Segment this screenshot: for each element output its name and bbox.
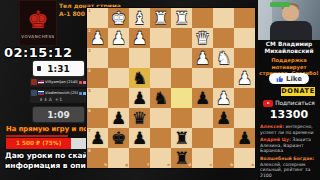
chat-message: Андрей Цу: Защита Алехина, Вариант Баран… xyxy=(260,137,319,154)
subscribe-button[interactable]: Подписаться xyxy=(258,98,320,108)
black-knight-f4[interactable]: ♞ xyxy=(129,68,150,88)
square-c2[interactable]: ♛ xyxy=(192,28,213,48)
square-b4[interactable] xyxy=(213,68,234,88)
emote-icon xyxy=(79,81,82,84)
square-f6[interactable]: ♛ xyxy=(129,108,150,128)
webcam-view xyxy=(258,0,320,40)
chat-username: Волшебный Богдан: xyxy=(260,156,314,161)
channel-logo: ♚ VOVANCHESS xyxy=(19,0,57,46)
black-pawn-g6[interactable]: ♟ xyxy=(108,108,129,128)
square-a1[interactable] xyxy=(234,8,255,28)
thumbs-up-icon xyxy=(276,75,284,83)
square-g2[interactable]: ♟ xyxy=(108,28,129,48)
square-h2[interactable]: 2♟ xyxy=(87,28,108,48)
streamer-name-line2: Михайловский xyxy=(258,48,320,55)
file-label-f: f xyxy=(147,163,149,167)
square-a7[interactable]: ♟ xyxy=(234,128,255,148)
square-a4[interactable]: ♟ xyxy=(234,68,255,88)
donation-goal-bar: 1 500 ₽ (75%) xyxy=(6,138,93,149)
black-player-name: Vladimirovich (2556) xyxy=(45,91,78,95)
white-pawn-h2[interactable]: ♟ xyxy=(87,28,108,48)
square-h1[interactable]: 1 xyxy=(87,8,108,28)
white-player-name: Villiyamljan (2145) xyxy=(45,80,78,84)
rank-label-4: 4 xyxy=(88,69,91,73)
square-g5[interactable] xyxy=(108,88,129,108)
square-d1[interactable]: ♜ xyxy=(171,8,192,28)
black-pawn-b6[interactable]: ♟ xyxy=(213,108,234,128)
white-pawn-c3[interactable]: ♟ xyxy=(192,48,213,68)
stream-sidebar: СМ Владимир Михайловский Поддержка мотив… xyxy=(258,0,320,180)
square-g1[interactable]: ♚ xyxy=(108,8,129,28)
emote-icon xyxy=(83,92,86,95)
file-label-c: c xyxy=(210,163,212,167)
white-clock: 1:31 xyxy=(33,61,84,76)
square-d2[interactable] xyxy=(171,28,192,48)
white-rook-e1[interactable]: ♜ xyxy=(150,8,171,28)
player-badge-icon xyxy=(31,79,37,85)
square-g7[interactable]: ♚ xyxy=(108,128,129,148)
subscribe-label: Подписаться xyxy=(275,100,315,106)
square-d6[interactable] xyxy=(171,108,192,128)
square-e4[interactable] xyxy=(150,68,171,88)
rank-label-6: 6 xyxy=(88,109,91,113)
square-h8[interactable]: 8h xyxy=(87,148,108,168)
support-text-line1: Поддержка мотивирует xyxy=(258,57,320,70)
square-a3[interactable] xyxy=(234,48,255,68)
square-e3[interactable] xyxy=(150,48,171,68)
square-b5[interactable]: ♟ xyxy=(213,88,234,108)
square-h6[interactable]: 6 xyxy=(87,108,108,128)
square-d3[interactable] xyxy=(171,48,192,68)
square-c4[interactable] xyxy=(192,68,213,88)
donation-title-line2: А-1 800 xyxy=(59,10,85,17)
white-pawn-f2[interactable]: ♟ xyxy=(129,28,150,48)
square-f5[interactable]: ♟ xyxy=(129,88,150,108)
square-h5[interactable]: 5 xyxy=(87,88,108,108)
square-g3[interactable] xyxy=(108,48,129,68)
black-pawn-c5[interactable]: ♟ xyxy=(192,88,213,108)
streamer-body xyxy=(270,21,312,40)
rank-label-5: 5 xyxy=(88,89,91,93)
square-g6[interactable]: ♟ xyxy=(108,108,129,128)
black-queen-f6[interactable]: ♛ xyxy=(129,108,150,128)
square-e2[interactable] xyxy=(150,28,171,48)
square-b2[interactable] xyxy=(213,28,234,48)
file-label-g: g xyxy=(125,163,128,167)
goal-text: 1 500 ₽ (75%) xyxy=(6,138,71,149)
square-c7[interactable] xyxy=(192,128,213,148)
rank-label-3: 3 xyxy=(88,49,91,53)
captured-pieces: ♗♗♙ +1 xyxy=(31,97,86,102)
chat-text: Алексей, соперник сильный, рейтинг за 21… xyxy=(260,162,310,178)
square-e1[interactable]: ♜ xyxy=(150,8,171,28)
black-clock: 1:09 xyxy=(33,107,84,122)
square-e5[interactable]: ♞ xyxy=(150,88,171,108)
square-f7[interactable]: ♟ xyxy=(129,128,150,148)
chat-message: Алексей: интересно, успеет ли по времени xyxy=(260,124,319,135)
file-label-a: a xyxy=(251,163,254,167)
square-c5[interactable]: ♟ xyxy=(192,88,213,108)
chat-message: Волшебный Богдан: Алексей, соперник силь… xyxy=(260,156,319,178)
white-clock-time: 1:31 xyxy=(47,64,69,74)
file-label-e: e xyxy=(167,163,170,167)
like-label: Like xyxy=(286,75,302,83)
chat-username: Андрей Цу: xyxy=(260,137,292,142)
square-d5[interactable] xyxy=(171,88,192,108)
square-g8[interactable]: g xyxy=(108,148,129,168)
chess-king-logo-icon: ♚ xyxy=(27,8,49,32)
square-b1[interactable] xyxy=(213,8,234,28)
streamer-name: СМ Владимир Михайловский xyxy=(258,41,320,55)
square-f2[interactable]: ♟ xyxy=(129,28,150,48)
square-b6[interactable]: ♟ xyxy=(213,108,234,128)
square-f8[interactable]: f xyxy=(129,148,150,168)
square-a2[interactable] xyxy=(234,28,255,48)
square-b8[interactable]: b xyxy=(213,148,234,168)
emote-icon xyxy=(79,92,82,95)
chess-board[interactable]: 1♚♝♜♜2♟♟♟♛3♟♞4♞♟5♟♞♟♟6♟♛♟7♟♚♟♜♟8hgfed♜cb… xyxy=(87,8,255,168)
black-pawn-a7[interactable]: ♟ xyxy=(234,128,255,148)
black-knight-e5[interactable]: ♞ xyxy=(150,88,171,108)
streamer-name-line1: СМ Владимир xyxy=(258,41,320,48)
square-b3[interactable]: ♞ xyxy=(213,48,234,68)
black-king-g7[interactable]: ♚ xyxy=(108,128,129,148)
file-label-b: b xyxy=(230,163,233,167)
white-bishop-f1[interactable]: ♝ xyxy=(129,8,150,28)
chat-username: Алексей: xyxy=(260,124,286,129)
white-player-bar: Villiyamljan (2145) xyxy=(30,77,87,87)
square-e8[interactable]: e xyxy=(150,148,171,168)
square-c1[interactable] xyxy=(192,8,213,28)
white-king-g1[interactable]: ♚ xyxy=(108,8,129,28)
black-rook-d7[interactable]: ♜ xyxy=(171,128,192,148)
ru-flag-icon xyxy=(38,91,44,95)
square-e6[interactable] xyxy=(150,108,171,128)
donation-slogan: На прямую игру и победы! xyxy=(6,125,98,133)
square-d7[interactable]: ♜ xyxy=(171,128,192,148)
us-flag-icon xyxy=(38,80,44,84)
square-a6[interactable] xyxy=(234,108,255,128)
donate-button[interactable]: DONATE xyxy=(281,87,315,96)
stream-timer: 02:15:12 xyxy=(4,45,73,60)
square-d8[interactable]: d♜ xyxy=(171,148,192,168)
streamer-face xyxy=(282,5,299,21)
webcam-badge xyxy=(270,2,290,7)
square-e7[interactable] xyxy=(150,128,171,148)
stream-screen: ♚ VOVANCHESS Тел донат стрима А-1 800 02… xyxy=(0,0,320,180)
square-c6[interactable] xyxy=(192,108,213,128)
square-f1[interactable]: ♝ xyxy=(129,8,150,28)
white-pawn-a4[interactable]: ♟ xyxy=(234,68,255,88)
white-pawn-g2[interactable]: ♟ xyxy=(108,28,129,48)
square-d4[interactable] xyxy=(171,68,192,88)
white-rook-d1[interactable]: ♜ xyxy=(171,8,192,28)
black-rook-d8[interactable]: ♜ xyxy=(171,148,192,168)
white-queen-c2[interactable]: ♛ xyxy=(192,28,213,48)
square-c8[interactable]: c xyxy=(192,148,213,168)
white-pawn-b5[interactable]: ♟ xyxy=(213,88,234,108)
subscriber-count: 13300 xyxy=(258,108,320,121)
rank-label-1: 1 xyxy=(88,9,91,13)
chat-panel[interactable]: Алексей: интересно, успеет ли по времени… xyxy=(260,124,319,179)
black-pawn-f5[interactable]: ♟ xyxy=(129,88,150,108)
square-f4[interactable]: ♞ xyxy=(129,68,150,88)
black-pawn-h7[interactable]: ♟ xyxy=(87,128,108,148)
like-button[interactable]: Like xyxy=(269,73,309,84)
square-h3[interactable]: 3 xyxy=(87,48,108,68)
youtube-play-icon xyxy=(263,100,273,107)
square-a5[interactable] xyxy=(234,88,255,108)
square-g4[interactable] xyxy=(108,68,129,88)
rank-label-8: 8 xyxy=(88,149,91,153)
white-knight-b3[interactable]: ♞ xyxy=(213,48,234,68)
black-player-bar: Vladimirovich (2556) ♗♗♙ +1 xyxy=(30,89,87,103)
square-h7[interactable]: 7♟ xyxy=(87,128,108,148)
clock-icon xyxy=(37,66,41,71)
file-label-h: h xyxy=(104,163,107,167)
slogan-underline xyxy=(6,135,68,137)
black-pawn-f7[interactable]: ♟ xyxy=(129,128,150,148)
emote-icon xyxy=(83,81,86,84)
black-clock-time: 1:09 xyxy=(47,110,69,120)
square-h4[interactable]: 4 xyxy=(87,68,108,88)
square-c3[interactable]: ♟ xyxy=(192,48,213,68)
square-a8[interactable]: a xyxy=(234,148,255,168)
player-avatar xyxy=(31,90,37,96)
square-f3[interactable] xyxy=(129,48,150,68)
square-b7[interactable] xyxy=(213,128,234,148)
channel-logo-text: VOVANCHESS xyxy=(21,34,54,39)
